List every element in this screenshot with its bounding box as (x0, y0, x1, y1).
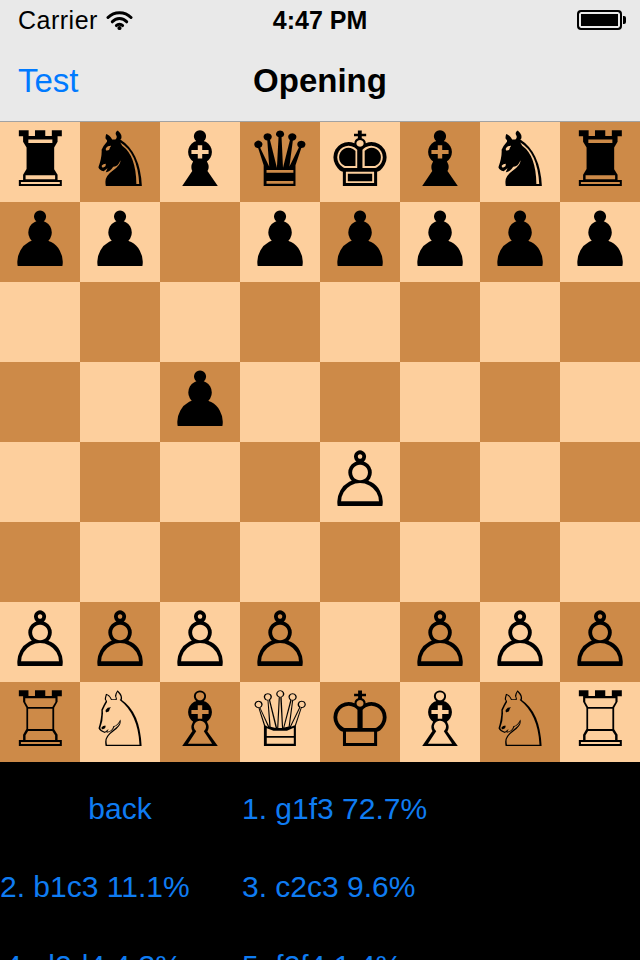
black-rook-piece: ♜ (566, 120, 634, 200)
chess-board: ♜♞♝♛♚♝♞♜♟♟♟♟♟♟♟♟♙♙♙♙♙♙♙♙♖♘♗♕♔♗♘♖ (0, 122, 640, 762)
black-pawn-piece: ♟ (6, 200, 74, 280)
square-b3[interactable] (80, 522, 160, 602)
square-c6[interactable] (160, 282, 240, 362)
white-bishop-piece: ♗ (406, 680, 474, 760)
square-h1[interactable]: ♖ (560, 682, 640, 762)
white-pawn-piece: ♙ (86, 600, 154, 680)
black-rook-piece: ♜ (6, 120, 74, 200)
square-d6[interactable] (240, 282, 320, 362)
square-b7[interactable]: ♟ (80, 202, 160, 282)
black-pawn-piece: ♟ (486, 200, 554, 280)
square-e1[interactable]: ♔ (320, 682, 400, 762)
move-option-1[interactable]: 1. g1f3 72.7% (242, 793, 427, 825)
square-b8[interactable]: ♞ (80, 122, 160, 202)
white-pawn-piece: ♙ (566, 600, 634, 680)
square-c4[interactable] (160, 442, 240, 522)
square-g6[interactable] (480, 282, 560, 362)
square-e6[interactable] (320, 282, 400, 362)
square-d8[interactable]: ♛ (240, 122, 320, 202)
square-a5[interactable] (0, 362, 80, 442)
move-option-2[interactable]: 2. b1c3 11.1% (0, 871, 190, 903)
black-pawn-piece: ♟ (326, 200, 394, 280)
square-e7[interactable]: ♟ (320, 202, 400, 282)
square-g7[interactable]: ♟ (480, 202, 560, 282)
move-option-5[interactable]: 5. f2f4 1.4% (242, 950, 402, 960)
square-f3[interactable] (400, 522, 480, 602)
square-f6[interactable] (400, 282, 480, 362)
white-pawn-piece: ♙ (6, 600, 74, 680)
move-option-3[interactable]: 3. c2c3 9.6% (242, 871, 415, 903)
square-d4[interactable] (240, 442, 320, 522)
square-f5[interactable] (400, 362, 480, 442)
square-d5[interactable] (240, 362, 320, 442)
square-f7[interactable]: ♟ (400, 202, 480, 282)
black-pawn-piece: ♟ (566, 200, 634, 280)
page-title: Opening (0, 62, 640, 100)
back-move-button[interactable]: back (88, 793, 151, 825)
square-a4[interactable] (0, 442, 80, 522)
square-c1[interactable]: ♗ (160, 682, 240, 762)
black-pawn-piece: ♟ (86, 200, 154, 280)
square-c5[interactable]: ♟ (160, 362, 240, 442)
white-knight-piece: ♘ (486, 680, 554, 760)
square-a2[interactable]: ♙ (0, 602, 80, 682)
square-b6[interactable] (80, 282, 160, 362)
white-pawn-piece: ♙ (166, 600, 234, 680)
black-knight-piece: ♞ (86, 120, 154, 200)
white-bishop-piece: ♗ (166, 680, 234, 760)
square-d2[interactable]: ♙ (240, 602, 320, 682)
square-h8[interactable]: ♜ (560, 122, 640, 202)
square-f2[interactable]: ♙ (400, 602, 480, 682)
square-c7[interactable] (160, 202, 240, 282)
square-a8[interactable]: ♜ (0, 122, 80, 202)
square-h7[interactable]: ♟ (560, 202, 640, 282)
black-bishop-piece: ♝ (406, 120, 474, 200)
square-g3[interactable] (480, 522, 560, 602)
square-d3[interactable] (240, 522, 320, 602)
black-knight-piece: ♞ (486, 120, 554, 200)
square-e2[interactable] (320, 602, 400, 682)
black-pawn-piece: ♟ (246, 200, 314, 280)
square-a6[interactable] (0, 282, 80, 362)
white-rook-piece: ♖ (566, 680, 634, 760)
square-h3[interactable] (560, 522, 640, 602)
black-bishop-piece: ♝ (166, 120, 234, 200)
square-g2[interactable]: ♙ (480, 602, 560, 682)
white-queen-piece: ♕ (246, 680, 314, 760)
square-e4[interactable]: ♙ (320, 442, 400, 522)
square-g1[interactable]: ♘ (480, 682, 560, 762)
square-h2[interactable]: ♙ (560, 602, 640, 682)
battery-full-icon (577, 10, 626, 30)
black-queen-piece: ♛ (246, 120, 314, 200)
wifi-icon (106, 8, 133, 34)
square-h6[interactable] (560, 282, 640, 362)
white-pawn-piece: ♙ (486, 600, 554, 680)
white-king-piece: ♔ (326, 680, 394, 760)
square-b5[interactable] (80, 362, 160, 442)
white-rook-piece: ♖ (6, 680, 74, 760)
square-g5[interactable] (480, 362, 560, 442)
square-g4[interactable] (480, 442, 560, 522)
move-option-4[interactable]: 4. d2d4 4.3% (5, 950, 182, 960)
square-b4[interactable] (80, 442, 160, 522)
carrier-label: Carrier (18, 6, 98, 35)
square-b1[interactable]: ♘ (80, 682, 160, 762)
white-pawn-piece: ♙ (406, 600, 474, 680)
square-c2[interactable]: ♙ (160, 602, 240, 682)
square-c8[interactable]: ♝ (160, 122, 240, 202)
white-knight-piece: ♘ (86, 680, 154, 760)
white-pawn-piece: ♙ (326, 440, 394, 520)
status-bar: Carrier 4:47 PM (0, 0, 640, 40)
square-b2[interactable]: ♙ (80, 602, 160, 682)
white-pawn-piece: ♙ (246, 600, 314, 680)
black-king-piece: ♚ (326, 120, 394, 200)
black-pawn-piece: ♟ (406, 200, 474, 280)
square-e5[interactable] (320, 362, 400, 442)
nav-bar: Test Opening (0, 40, 640, 122)
square-f4[interactable] (400, 442, 480, 522)
square-e8[interactable]: ♚ (320, 122, 400, 202)
square-d1[interactable]: ♕ (240, 682, 320, 762)
black-pawn-piece: ♟ (166, 360, 234, 440)
square-f8[interactable]: ♝ (400, 122, 480, 202)
square-c3[interactable] (160, 522, 240, 602)
square-d7[interactable]: ♟ (240, 202, 320, 282)
square-h5[interactable] (560, 362, 640, 442)
square-a3[interactable] (0, 522, 80, 602)
square-a7[interactable]: ♟ (0, 202, 80, 282)
square-e3[interactable] (320, 522, 400, 602)
square-g8[interactable]: ♞ (480, 122, 560, 202)
square-h4[interactable] (560, 442, 640, 522)
move-list-panel: back 1. g1f3 72.7% 2. b1c3 11.1% 3. c2c3… (0, 762, 640, 960)
square-f1[interactable]: ♗ (400, 682, 480, 762)
square-a1[interactable]: ♖ (0, 682, 80, 762)
